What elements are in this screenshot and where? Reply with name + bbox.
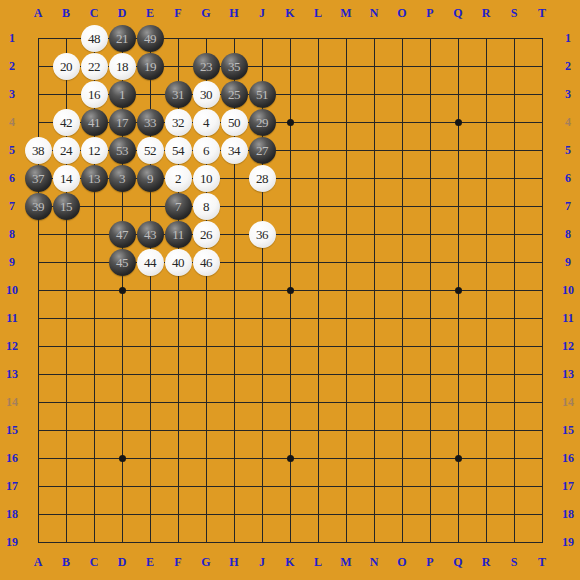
stone-white-24-B5[interactable]: 24 xyxy=(53,137,80,164)
stone-white-48-C1[interactable]: 48 xyxy=(81,25,108,52)
row-label-right-5: 5 xyxy=(556,136,580,164)
col-label-top-F: F xyxy=(164,0,192,26)
col-label-top-C: C xyxy=(80,0,108,26)
stone-black-29-J4[interactable]: 29 xyxy=(249,109,276,136)
row-label-right-15: 15 xyxy=(556,416,580,444)
col-label-top-D: D xyxy=(108,0,136,26)
row-label-left-9: 9 xyxy=(0,248,24,276)
star-point-Q16 xyxy=(455,455,462,462)
stone-white-32-F4[interactable]: 32 xyxy=(165,109,192,136)
stone-black-47-D8[interactable]: 47 xyxy=(109,221,136,248)
row-label-right-4: 4 xyxy=(556,108,580,136)
row-label-right-19: 19 xyxy=(556,528,580,556)
row-label-left-8: 8 xyxy=(0,220,24,248)
col-label-top-T: T xyxy=(528,0,556,26)
star-point-K4 xyxy=(287,119,294,126)
row-labels-left: 12345678910111213141516171819 xyxy=(0,24,24,556)
row-label-right-18: 18 xyxy=(556,500,580,528)
stone-black-27-J5[interactable]: 27 xyxy=(249,137,276,164)
row-label-right-9: 9 xyxy=(556,248,580,276)
row-label-right-2: 2 xyxy=(556,52,580,80)
stone-white-46-G9[interactable]: 46 xyxy=(193,249,220,276)
row-label-left-4: 4 xyxy=(0,108,24,136)
stone-black-37-A6[interactable]: 37 xyxy=(25,165,52,192)
stone-white-6-G5[interactable]: 6 xyxy=(193,137,220,164)
stone-white-4-G4[interactable]: 4 xyxy=(193,109,220,136)
row-label-right-12: 12 xyxy=(556,332,580,360)
stone-white-14-B6[interactable]: 14 xyxy=(53,165,80,192)
stone-black-53-D5[interactable]: 53 xyxy=(109,137,136,164)
star-point-K10 xyxy=(287,287,294,294)
col-label-top-L: L xyxy=(304,0,332,26)
stone-white-20-B2[interactable]: 20 xyxy=(53,53,80,80)
row-label-right-10: 10 xyxy=(556,276,580,304)
stone-white-12-C5[interactable]: 12 xyxy=(81,137,108,164)
row-label-right-14: 14 xyxy=(556,388,580,416)
col-label-top-N: N xyxy=(360,0,388,26)
stone-white-38-A5[interactable]: 38 xyxy=(25,137,52,164)
stone-black-43-E8[interactable]: 43 xyxy=(137,221,164,248)
stone-white-22-C2[interactable]: 22 xyxy=(81,53,108,80)
row-label-right-16: 16 xyxy=(556,444,580,472)
row-label-right-17: 17 xyxy=(556,472,580,500)
row-label-left-6: 6 xyxy=(0,164,24,192)
stone-black-7-F7[interactable]: 7 xyxy=(165,193,192,220)
stone-white-10-G6[interactable]: 10 xyxy=(193,165,220,192)
stone-black-13-C6[interactable]: 13 xyxy=(81,165,108,192)
stone-black-1-D3[interactable]: 1 xyxy=(109,81,136,108)
row-labels-right: 12345678910111213141516171819 xyxy=(556,24,580,556)
row-label-right-1: 1 xyxy=(556,24,580,52)
row-label-right-13: 13 xyxy=(556,360,580,388)
stone-white-26-G8[interactable]: 26 xyxy=(193,221,220,248)
row-label-left-3: 3 xyxy=(0,80,24,108)
row-label-left-2: 2 xyxy=(0,52,24,80)
star-point-D16 xyxy=(119,455,126,462)
row-label-left-11: 11 xyxy=(0,304,24,332)
goban-grid[interactable]: 1234678910111213141516171819202122232425… xyxy=(24,24,556,556)
stone-white-40-F9[interactable]: 40 xyxy=(165,249,192,276)
stone-white-16-C3[interactable]: 16 xyxy=(81,81,108,108)
stone-white-42-B4[interactable]: 42 xyxy=(53,109,80,136)
stone-white-54-F5[interactable]: 54 xyxy=(165,137,192,164)
stone-black-17-D4[interactable]: 17 xyxy=(109,109,136,136)
stone-black-25-H3[interactable]: 25 xyxy=(221,81,248,108)
star-point-K16 xyxy=(287,455,294,462)
row-label-left-12: 12 xyxy=(0,332,24,360)
col-label-top-J: J xyxy=(248,0,276,26)
row-label-right-6: 6 xyxy=(556,164,580,192)
stone-black-41-C4[interactable]: 41 xyxy=(81,109,108,136)
row-label-right-11: 11 xyxy=(556,304,580,332)
row-label-left-16: 16 xyxy=(0,444,24,472)
column-labels-top: ABCDEFGHJKLMNOPQRST xyxy=(24,0,556,26)
stone-black-3-D6[interactable]: 3 xyxy=(109,165,136,192)
stone-black-49-E1[interactable]: 49 xyxy=(137,25,164,52)
col-label-top-B: B xyxy=(52,0,80,26)
row-label-left-10: 10 xyxy=(0,276,24,304)
stone-black-23-G2[interactable]: 23 xyxy=(193,53,220,80)
star-point-Q4 xyxy=(455,119,462,126)
row-label-right-3: 3 xyxy=(556,80,580,108)
row-label-left-13: 13 xyxy=(0,360,24,388)
col-label-top-G: G xyxy=(192,0,220,26)
stone-white-18-D2[interactable]: 18 xyxy=(109,53,136,80)
col-label-top-P: P xyxy=(416,0,444,26)
col-label-top-R: R xyxy=(472,0,500,26)
stone-black-11-F8[interactable]: 11 xyxy=(165,221,192,248)
stone-black-19-E2[interactable]: 19 xyxy=(137,53,164,80)
stone-white-2-F6[interactable]: 2 xyxy=(165,165,192,192)
row-label-left-15: 15 xyxy=(0,416,24,444)
row-label-left-17: 17 xyxy=(0,472,24,500)
stone-black-39-A7[interactable]: 39 xyxy=(25,193,52,220)
stone-black-21-D1[interactable]: 21 xyxy=(109,25,136,52)
col-label-top-O: O xyxy=(388,0,416,26)
stone-white-50-H4[interactable]: 50 xyxy=(221,109,248,136)
go-board: ABCDEFGHJKLMNOPQRST ABCDEFGHJKLMNOPQRST … xyxy=(0,0,580,580)
row-label-left-19: 19 xyxy=(0,528,24,556)
stone-black-51-J3[interactable]: 51 xyxy=(249,81,276,108)
stone-black-9-E6[interactable]: 9 xyxy=(137,165,164,192)
row-label-left-7: 7 xyxy=(0,192,24,220)
row-label-left-5: 5 xyxy=(0,136,24,164)
col-label-top-H: H xyxy=(220,0,248,26)
stone-white-28-J6[interactable]: 28 xyxy=(249,165,276,192)
stone-black-33-E4[interactable]: 33 xyxy=(137,109,164,136)
stone-white-8-G7[interactable]: 8 xyxy=(193,193,220,220)
row-label-left-18: 18 xyxy=(0,500,24,528)
col-label-top-A: A xyxy=(24,0,52,26)
stone-white-52-E5[interactable]: 52 xyxy=(137,137,164,164)
stone-white-34-H5[interactable]: 34 xyxy=(221,137,248,164)
star-point-D10 xyxy=(119,287,126,294)
col-label-top-Q: Q xyxy=(444,0,472,26)
row-label-right-7: 7 xyxy=(556,192,580,220)
stone-white-30-G3[interactable]: 30 xyxy=(193,81,220,108)
row-label-right-8: 8 xyxy=(556,220,580,248)
col-label-top-S: S xyxy=(500,0,528,26)
stone-black-31-F3[interactable]: 31 xyxy=(165,81,192,108)
stone-white-36-J8[interactable]: 36 xyxy=(249,221,276,248)
row-label-left-14: 14 xyxy=(0,388,24,416)
col-label-top-E: E xyxy=(136,0,164,26)
col-label-top-K: K xyxy=(276,0,304,26)
stone-white-44-E9[interactable]: 44 xyxy=(137,249,164,276)
col-label-top-M: M xyxy=(332,0,360,26)
stone-black-15-B7[interactable]: 15 xyxy=(53,193,80,220)
row-label-left-1: 1 xyxy=(0,24,24,52)
stone-black-35-H2[interactable]: 35 xyxy=(221,53,248,80)
stone-black-45-D9[interactable]: 45 xyxy=(109,249,136,276)
star-point-Q10 xyxy=(455,287,462,294)
